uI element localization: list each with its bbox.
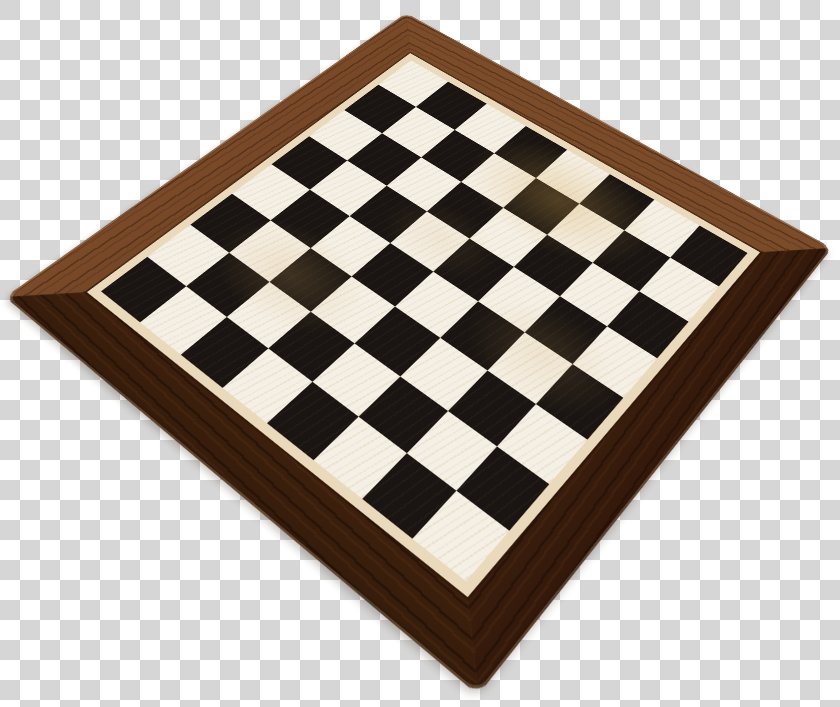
transparency-background (0, 0, 840, 707)
squares-grid (101, 60, 748, 581)
maple-border (87, 53, 760, 597)
board-frame (5, 13, 832, 695)
chessboard (5, 13, 832, 695)
